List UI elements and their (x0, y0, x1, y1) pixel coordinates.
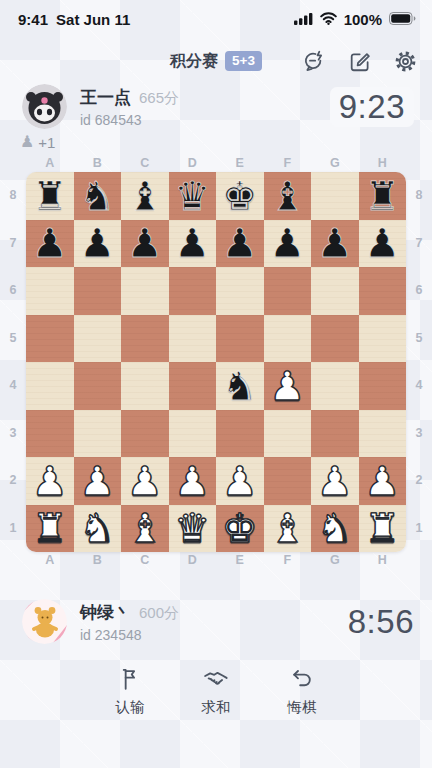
piece-black-bishop: ♝ (269, 176, 305, 216)
piece-black-pawn: ♟ (174, 223, 210, 263)
square-h3[interactable] (359, 410, 407, 458)
square-c2[interactable]: ♟ (121, 457, 169, 505)
square-g8[interactable] (311, 172, 359, 220)
square-f5[interactable] (264, 315, 312, 363)
piece-black-rook: ♜ (32, 176, 68, 216)
piece-black-pawn: ♟ (317, 223, 353, 263)
piece-black-king: ♚ (222, 176, 258, 216)
file-label-a: A (26, 155, 74, 172)
file-label-e: E (216, 155, 264, 172)
square-a6[interactable] (26, 267, 74, 315)
rank-label-8: 8 (1, 172, 25, 220)
piece-white-pawn: ♟ (269, 366, 305, 406)
game-mode: 积分赛 5+3 (170, 51, 262, 72)
file-label-d: D (169, 552, 217, 569)
square-a4[interactable] (26, 362, 74, 410)
piece-white-knight: ♞ (317, 508, 353, 548)
quick-chat-icon[interactable] (301, 49, 326, 74)
square-g2[interactable]: ♟ (311, 457, 359, 505)
time-control-badge: 5+3 (225, 51, 262, 71)
piece-white-bishop: ♝ (127, 508, 163, 548)
rank-label-8: 8 (407, 172, 431, 220)
piece-black-pawn: ♟ (32, 223, 68, 263)
square-g7[interactable]: ♟ (311, 220, 359, 268)
material-row: ♟ +1 (0, 131, 432, 153)
wifi-icon (320, 11, 337, 28)
status-bar: 9:41 Sat Jun 11 100% (0, 0, 432, 34)
opponent-rating: 665分 (139, 89, 179, 108)
file-label-g: G (311, 155, 359, 172)
player-avatar[interactable] (22, 599, 67, 644)
file-label-d: D (169, 155, 217, 172)
resign-button[interactable]: 认输 (102, 666, 158, 717)
square-a2[interactable]: ♟ (26, 457, 74, 505)
rank-label-1: 1 (407, 505, 431, 553)
mode-label: 积分赛 (170, 51, 218, 72)
square-b8[interactable]: ♞ (74, 172, 122, 220)
rank-label-5: 5 (1, 315, 25, 363)
draw-offer-label: 求和 (202, 698, 231, 717)
player-name: 钟绿丶 (80, 601, 131, 624)
square-b4[interactable] (74, 362, 122, 410)
undo-icon (289, 666, 315, 692)
piece-white-pawn: ♟ (127, 461, 163, 501)
rank-label-7: 7 (1, 220, 25, 268)
square-b3[interactable] (74, 410, 122, 458)
square-g6[interactable] (311, 267, 359, 315)
piece-black-knight: ♞ (79, 176, 115, 216)
rank-label-1: 1 (1, 505, 25, 553)
takeback-label: 悔棋 (288, 698, 317, 717)
square-e6[interactable] (216, 267, 264, 315)
square-a7[interactable]: ♟ (26, 220, 74, 268)
square-g5[interactable] (311, 315, 359, 363)
square-h1[interactable]: ♜ (359, 505, 407, 553)
square-f1[interactable]: ♝ (264, 505, 312, 553)
piece-black-pawn: ♟ (269, 223, 305, 263)
player-id: id 234548 (80, 627, 348, 643)
piece-black-rook: ♜ (364, 176, 400, 216)
opponent-avatar[interactable] (22, 84, 67, 129)
square-e1[interactable]: ♚ (216, 505, 264, 553)
opponent-row: 王一点 665分 id 684543 9:23 (0, 84, 432, 129)
square-d6[interactable] (169, 267, 217, 315)
file-label-g: G (311, 552, 359, 569)
square-e7[interactable]: ♟ (216, 220, 264, 268)
square-d2[interactable]: ♟ (169, 457, 217, 505)
opponent-name: 王一点 (80, 86, 131, 109)
piece-black-bishop: ♝ (127, 176, 163, 216)
square-e3[interactable] (216, 410, 264, 458)
square-d5[interactable] (169, 315, 217, 363)
rank-label-7: 7 (407, 220, 431, 268)
file-label-h: H (359, 155, 407, 172)
piece-black-pawn: ♟ (364, 223, 400, 263)
piece-black-pawn: ♟ (79, 223, 115, 263)
square-f3[interactable] (264, 410, 312, 458)
square-e8[interactable]: ♚ (216, 172, 264, 220)
square-h8[interactable]: ♜ (359, 172, 407, 220)
file-label-c: C (121, 552, 169, 569)
square-h4[interactable] (359, 362, 407, 410)
file-label-b: B (74, 552, 122, 569)
square-g1[interactable]: ♞ (311, 505, 359, 553)
square-a5[interactable] (26, 315, 74, 363)
square-d3[interactable] (169, 410, 217, 458)
piece-white-knight: ♞ (79, 508, 115, 548)
piece-white-bishop: ♝ (269, 508, 305, 548)
battery-percent: 100% (344, 11, 382, 28)
actions-bar: 认输 求和 悔棋 (0, 666, 432, 717)
piece-white-pawn: ♟ (79, 461, 115, 501)
header: 积分赛 5+3 (0, 42, 432, 80)
square-f2[interactable] (264, 457, 312, 505)
compose-icon[interactable] (347, 49, 372, 74)
square-c8[interactable]: ♝ (121, 172, 169, 220)
rank-label-2: 2 (407, 457, 431, 505)
piece-black-queen: ♛ (174, 176, 210, 216)
piece-black-pawn: ♟ (222, 223, 258, 263)
status-time: 9:41 (18, 11, 48, 28)
takeback-button[interactable]: 悔棋 (274, 666, 330, 717)
rank-label-3: 3 (1, 410, 25, 458)
signal-bars-icon (294, 11, 313, 28)
file-labels-top: ABCDEFGH (26, 155, 406, 172)
piece-white-pawn: ♟ (32, 461, 68, 501)
square-a3[interactable] (26, 410, 74, 458)
rank-label-4: 4 (407, 362, 431, 410)
square-g4[interactable] (311, 362, 359, 410)
player-clock: 8:56 (348, 603, 414, 641)
board: ♜♞♝♛♚♝♜♟♟♟♟♟♟♟♟♞♟♟♟♟♟♟♟♟♜♞♝♛♚♝♞♜ (26, 172, 406, 552)
square-e2[interactable]: ♟ (216, 457, 264, 505)
piece-white-pawn: ♟ (317, 461, 353, 501)
handshake-icon (203, 666, 229, 692)
square-a1[interactable]: ♜ (26, 505, 74, 553)
opponent-clock: 9:23 (330, 87, 414, 127)
rank-label-2: 2 (1, 457, 25, 505)
rank-label-5: 5 (407, 315, 431, 363)
file-label-f: F (264, 552, 312, 569)
square-b7[interactable]: ♟ (74, 220, 122, 268)
material-count: +1 (38, 134, 55, 151)
file-labels-bottom: ABCDEFGH (26, 552, 406, 569)
square-c7[interactable]: ♟ (121, 220, 169, 268)
player-row: 钟绿丶 600分 id 234548 8:56 (0, 599, 432, 644)
square-h6[interactable] (359, 267, 407, 315)
square-f7[interactable]: ♟ (264, 220, 312, 268)
file-label-h: H (359, 552, 407, 569)
square-b6[interactable] (74, 267, 122, 315)
file-label-c: C (121, 155, 169, 172)
square-c5[interactable] (121, 315, 169, 363)
square-h7[interactable]: ♟ (359, 220, 407, 268)
status-date: Sat Jun 11 (56, 11, 130, 28)
opponent-id: id 684543 (80, 112, 330, 128)
player-rating: 600分 (139, 604, 179, 623)
battery-icon (389, 11, 416, 28)
square-c4[interactable] (121, 362, 169, 410)
rank-label-3: 3 (407, 410, 431, 458)
rank-label-6: 6 (1, 267, 25, 315)
square-c1[interactable]: ♝ (121, 505, 169, 553)
resign-label: 认输 (116, 698, 145, 717)
square-d4[interactable] (169, 362, 217, 410)
square-h2[interactable]: ♟ (359, 457, 407, 505)
flag-icon (117, 666, 143, 692)
square-b5[interactable] (74, 315, 122, 363)
square-b2[interactable]: ♟ (74, 457, 122, 505)
square-e5[interactable] (216, 315, 264, 363)
piece-white-pawn: ♟ (222, 461, 258, 501)
square-f6[interactable] (264, 267, 312, 315)
file-label-f: F (264, 155, 312, 172)
draw-offer-button[interactable]: 求和 (188, 666, 244, 717)
pawn-icon: ♟ (20, 134, 34, 150)
settings-icon[interactable] (393, 49, 418, 74)
square-e4[interactable]: ♞ (216, 362, 264, 410)
square-d8[interactable]: ♛ (169, 172, 217, 220)
piece-black-knight: ♞ (222, 366, 258, 406)
piece-white-rook: ♜ (364, 508, 400, 548)
square-a8[interactable]: ♜ (26, 172, 74, 220)
rank-label-4: 4 (1, 362, 25, 410)
rank-labels-right: 87654321 (407, 172, 431, 552)
file-label-e: E (216, 552, 264, 569)
square-f8[interactable]: ♝ (264, 172, 312, 220)
square-f4[interactable]: ♟ (264, 362, 312, 410)
rank-label-6: 6 (407, 267, 431, 315)
piece-white-king: ♚ (222, 508, 258, 548)
square-h5[interactable] (359, 315, 407, 363)
square-d1[interactable]: ♛ (169, 505, 217, 553)
piece-white-pawn: ♟ (174, 461, 210, 501)
square-c3[interactable] (121, 410, 169, 458)
piece-white-pawn: ♟ (364, 461, 400, 501)
square-b1[interactable]: ♞ (74, 505, 122, 553)
file-label-b: B (74, 155, 122, 172)
piece-white-queen: ♛ (174, 508, 210, 548)
square-d7[interactable]: ♟ (169, 220, 217, 268)
file-label-a: A (26, 552, 74, 569)
piece-white-rook: ♜ (32, 508, 68, 548)
square-g3[interactable] (311, 410, 359, 458)
piece-black-pawn: ♟ (127, 223, 163, 263)
board-area: ABCDEFGH 87654321 87654321 ♜♞♝♛♚♝♜♟♟♟♟♟♟… (0, 155, 432, 569)
rank-labels-left: 87654321 (1, 172, 25, 552)
square-c6[interactable] (121, 267, 169, 315)
